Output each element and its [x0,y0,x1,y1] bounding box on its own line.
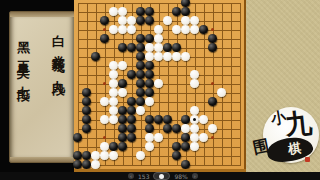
star-point [211,82,214,85]
black-stone [181,115,190,124]
white-stone [100,97,109,106]
black-stone [118,133,127,142]
white-stone [190,124,199,133]
white-stone [181,124,190,133]
star-point [103,82,106,85]
white-stone [100,142,109,151]
white-stone [154,133,163,142]
white-stone [118,25,127,34]
white-stone [109,61,118,70]
white-stone [181,25,190,34]
black-stone [118,115,127,124]
white-stone [154,79,163,88]
white-stone [154,34,163,43]
black-stone [172,142,181,151]
prev-move-button[interactable]: ‹ [128,173,134,179]
white-stone [145,142,154,151]
black-stone [181,0,190,7]
black-stone [181,160,190,169]
black-stone [172,7,181,16]
white-stone [217,88,226,97]
black-stone [118,106,127,115]
black-stone [154,115,163,124]
bottom-bar: ‹ 153 98% › [0,172,320,180]
black-stone [145,88,154,97]
black-stone [82,97,91,106]
white-stone [91,160,100,169]
black-stone [145,124,154,133]
white-stone [100,115,109,124]
white-stone [109,151,118,160]
black-stone [82,160,91,169]
white-stone [136,106,145,115]
black-stone [100,16,109,25]
black-stone [136,7,145,16]
black-stone [82,124,91,133]
white-stone [208,124,217,133]
black-stone [136,97,145,106]
black-stone [82,106,91,115]
white-stone [172,25,181,34]
black-stone [208,34,217,43]
black-stone [208,97,217,106]
black-stone [172,43,181,52]
white-stone [127,25,136,34]
black-stone [82,115,91,124]
black-player-label: 黑 王星昊 七段 [17,31,30,81]
black-stone [73,151,82,160]
black-stone [118,79,127,88]
black-stone [199,25,208,34]
black-stone [145,7,154,16]
white-stone [154,25,163,34]
black-stone [136,16,145,25]
white-stone [100,151,109,160]
white-stone [109,79,118,88]
black-stone [82,88,91,97]
channel-logo: 小 九 围 棋 [246,0,320,172]
white-stone [190,115,199,124]
white-stone [190,142,199,151]
white-stone [109,88,118,97]
black-stone [181,142,190,151]
black-stone [100,34,109,43]
black-stone [145,70,154,79]
white-stone [109,25,118,34]
white-stone [118,88,127,97]
black-stone [136,61,145,70]
white-stone [145,97,154,106]
white-stone [181,16,190,25]
white-stone [136,151,145,160]
white-stone [109,106,118,115]
black-stone [163,124,172,133]
black-stone [127,106,136,115]
white-stone [190,25,199,34]
playback-controls: ‹ 153 98% › [128,173,198,180]
black-stone [172,151,181,160]
black-stone [208,43,217,52]
black-stone [163,43,172,52]
white-stone [109,115,118,124]
black-stone [145,34,154,43]
black-stone [145,16,154,25]
white-stone [190,79,199,88]
side-panel: 小 九 围 棋 [246,0,320,172]
black-stone [127,133,136,142]
white-stone [181,52,190,61]
logo-char-wei: 围 [252,138,271,157]
black-stone [82,151,91,160]
white-stone [127,16,136,25]
last-move-marker [193,118,196,121]
winrate-value: 98% [174,173,187,180]
black-stone [136,88,145,97]
black-stone [127,97,136,106]
black-stone [145,79,154,88]
white-stone [163,16,172,25]
white-stone [190,16,199,25]
black-stone [136,34,145,43]
star-point [103,136,106,139]
star-point [211,136,214,139]
white-stone [163,52,172,61]
black-stone [163,115,172,124]
black-stone [118,124,127,133]
black-stone [73,160,82,169]
black-stone [127,124,136,133]
black-stone [127,115,136,124]
black-stone [109,142,118,151]
move-number: 153 [138,173,149,180]
toggle-knob [159,174,164,179]
black-stone [145,61,154,70]
white-stone [190,133,199,142]
black-stone [181,7,190,16]
black-stone [136,52,145,61]
logo-char-qi: 棋 [287,141,302,156]
white-stone [145,52,154,61]
star-point [211,28,214,31]
white-stone [91,151,100,160]
black-stone [118,43,127,52]
white-stone [154,43,163,52]
go-board[interactable] [74,0,246,172]
white-stone [154,52,163,61]
white-stone [199,133,208,142]
white-stone [190,70,199,79]
white-stone [109,97,118,106]
player-name-scroll: 白 党毅飞 九段 黑 王星昊 七段 [9,11,75,163]
white-stone [199,115,208,124]
star-point [103,28,106,31]
black-stone [181,133,190,142]
next-move-button[interactable]: › [192,173,198,179]
black-stone [136,70,145,79]
logo-red-seal [305,157,310,162]
white-stone [145,133,154,142]
black-stone [172,124,181,133]
white-stone [118,7,127,16]
white-stone [145,43,154,52]
black-stone [136,43,145,52]
black-stone [73,133,82,142]
white-player-label: 白 党毅飞 九段 [52,25,65,75]
white-stone [172,52,181,61]
white-stone [109,70,118,79]
black-stone [127,43,136,52]
video-frame: 白 党毅飞 九段 黑 王星昊 七段 小 九 围 棋 ‹ 153 98% › [0,0,320,180]
black-stone [91,52,100,61]
white-stone [118,16,127,25]
stone-color-toggle[interactable] [153,172,170,180]
white-stone [190,106,199,115]
white-stone [109,7,118,16]
black-stone [127,70,136,79]
logo-char-jiu: 九 [284,109,314,139]
black-stone [136,79,145,88]
black-stone [145,115,154,124]
black-stone [118,142,127,151]
white-stone [118,61,127,70]
